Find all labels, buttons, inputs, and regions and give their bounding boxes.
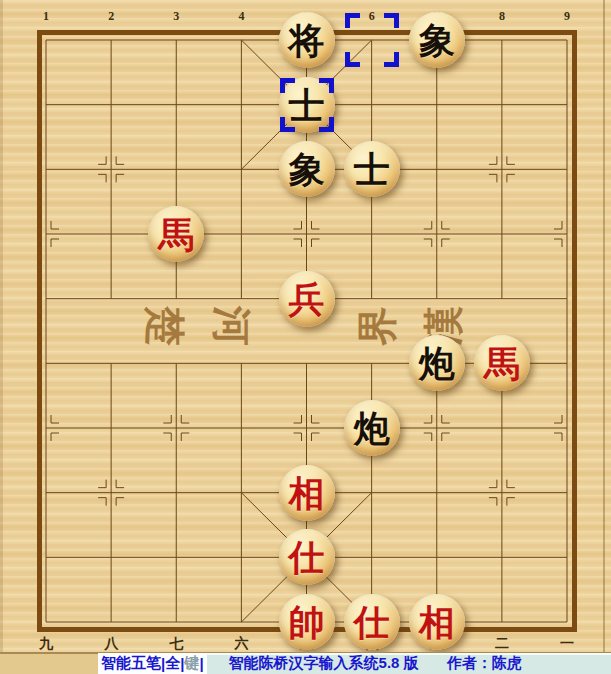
position-mark xyxy=(312,221,320,229)
position-mark xyxy=(312,415,320,423)
position-mark xyxy=(554,239,562,247)
position-mark xyxy=(116,480,124,488)
ime-mode-full[interactable]: 全 xyxy=(165,654,180,673)
piece-red-advisor[interactable]: 仕 xyxy=(279,529,335,585)
piece-black-cannon[interactable]: 炮 xyxy=(344,400,400,456)
piece-red-soldier[interactable]: 兵 xyxy=(279,271,335,327)
position-mark xyxy=(51,433,59,441)
piece-character: 馬 xyxy=(148,206,204,262)
marker-corner xyxy=(384,52,399,67)
piece-character: 馬 xyxy=(474,335,530,391)
piece-red-advisor[interactable]: 仕 xyxy=(344,594,400,650)
position-mark xyxy=(489,480,497,488)
river-character: 界 xyxy=(355,303,401,349)
position-mark xyxy=(424,433,432,441)
position-mark xyxy=(51,221,59,229)
position-mark xyxy=(294,239,302,247)
ime-key-label: 键 xyxy=(184,654,199,673)
file-label-bottom-4: 六 xyxy=(228,635,254,653)
move-marker-from xyxy=(345,13,399,67)
position-mark xyxy=(489,156,497,164)
position-mark xyxy=(312,239,320,247)
position-mark xyxy=(181,433,189,441)
position-mark xyxy=(98,174,106,182)
marker-corner xyxy=(384,13,399,28)
piece-character: 相 xyxy=(409,594,465,650)
position-mark xyxy=(98,156,106,164)
piece-character: 相 xyxy=(279,465,335,521)
file-label-top-2: 2 xyxy=(98,9,124,24)
file-label-bottom-2: 八 xyxy=(98,635,124,653)
position-mark xyxy=(51,239,59,247)
ime-version: 5.8 xyxy=(379,654,400,671)
move-marker-to xyxy=(280,78,334,132)
piece-character: 帥 xyxy=(279,594,335,650)
position-mark xyxy=(98,480,106,488)
position-mark xyxy=(51,415,59,423)
position-mark xyxy=(507,480,515,488)
piece-character: 炮 xyxy=(344,400,400,456)
piece-character: 象 xyxy=(279,141,335,197)
file-label-top-1: 1 xyxy=(33,9,59,24)
position-mark xyxy=(507,174,515,182)
piece-character: 将 xyxy=(279,12,335,68)
file-label-top-9: 9 xyxy=(554,9,580,24)
position-mark xyxy=(312,433,320,441)
position-mark xyxy=(507,156,515,164)
position-mark xyxy=(424,239,432,247)
position-mark xyxy=(489,174,497,182)
river-character: 楚 xyxy=(141,303,187,349)
position-mark xyxy=(442,433,450,441)
piece-red-elephant[interactable]: 相 xyxy=(409,594,465,650)
position-mark xyxy=(489,498,497,506)
position-mark xyxy=(294,433,302,441)
position-mark xyxy=(181,415,189,423)
piece-red-horse[interactable]: 馬 xyxy=(148,206,204,262)
ime-system-title: 智能陈桥汉字输入系统5.8 版 xyxy=(229,654,419,673)
position-mark xyxy=(98,498,106,506)
position-mark xyxy=(554,221,562,229)
piece-character: 兵 xyxy=(279,271,335,327)
position-mark xyxy=(163,433,171,441)
piece-black-advisor[interactable]: 士 xyxy=(344,141,400,197)
ime-status-bar: 智能五笔|全|键| 智能陈桥汉字输入系统5.8 版 作者：陈虎 xyxy=(98,653,611,674)
position-mark xyxy=(442,415,450,423)
marker-corner xyxy=(319,117,334,132)
position-mark xyxy=(507,498,515,506)
piece-black-cannon[interactable]: 炮 xyxy=(409,335,465,391)
position-mark xyxy=(116,156,124,164)
piece-black-elephant[interactable]: 象 xyxy=(279,141,335,197)
piece-black-general[interactable]: 将 xyxy=(279,12,335,68)
position-mark xyxy=(163,415,171,423)
file-label-top-3: 3 xyxy=(163,9,189,24)
position-mark xyxy=(442,221,450,229)
position-mark xyxy=(424,415,432,423)
piece-character: 士 xyxy=(344,141,400,197)
position-mark xyxy=(424,221,432,229)
piece-character: 象 xyxy=(409,12,465,68)
piece-character: 炮 xyxy=(409,335,465,391)
position-mark xyxy=(294,221,302,229)
position-mark xyxy=(116,498,124,506)
marker-corner xyxy=(280,78,295,93)
file-label-bottom-3: 七 xyxy=(163,635,189,653)
file-label-bottom-9: 一 xyxy=(554,635,580,653)
ime-name: 智能五笔 xyxy=(101,654,161,673)
position-mark xyxy=(294,415,302,423)
position-mark xyxy=(554,415,562,423)
file-label-top-8: 8 xyxy=(489,9,515,24)
marker-corner xyxy=(345,13,360,28)
marker-corner xyxy=(345,52,360,67)
file-label-bottom-8: 二 xyxy=(489,635,515,653)
file-label-bottom-1: 九 xyxy=(33,635,59,653)
piece-red-horse[interactable]: 馬 xyxy=(474,335,530,391)
position-mark xyxy=(442,239,450,247)
position-mark xyxy=(554,433,562,441)
position-mark xyxy=(116,174,124,182)
piece-character: 仕 xyxy=(279,529,335,585)
xiangqi-app-window: 楚河界漢 123456789九八七六五四三二一 将象士象士馬兵炮馬炮相仕帥仕相 … xyxy=(0,0,611,674)
piece-black-elephant[interactable]: 象 xyxy=(409,12,465,68)
piece-character: 仕 xyxy=(344,594,400,650)
piece-red-elephant[interactable]: 相 xyxy=(279,465,335,521)
ime-mode-segment[interactable]: 智能五笔|全|键| xyxy=(98,653,207,674)
piece-red-general[interactable]: 帥 xyxy=(279,594,335,650)
ime-author: 作者：陈虎 xyxy=(447,654,522,673)
river-character: 河 xyxy=(208,303,254,349)
marker-corner xyxy=(280,117,295,132)
marker-corner xyxy=(319,78,334,93)
file-label-top-4: 4 xyxy=(228,9,254,24)
